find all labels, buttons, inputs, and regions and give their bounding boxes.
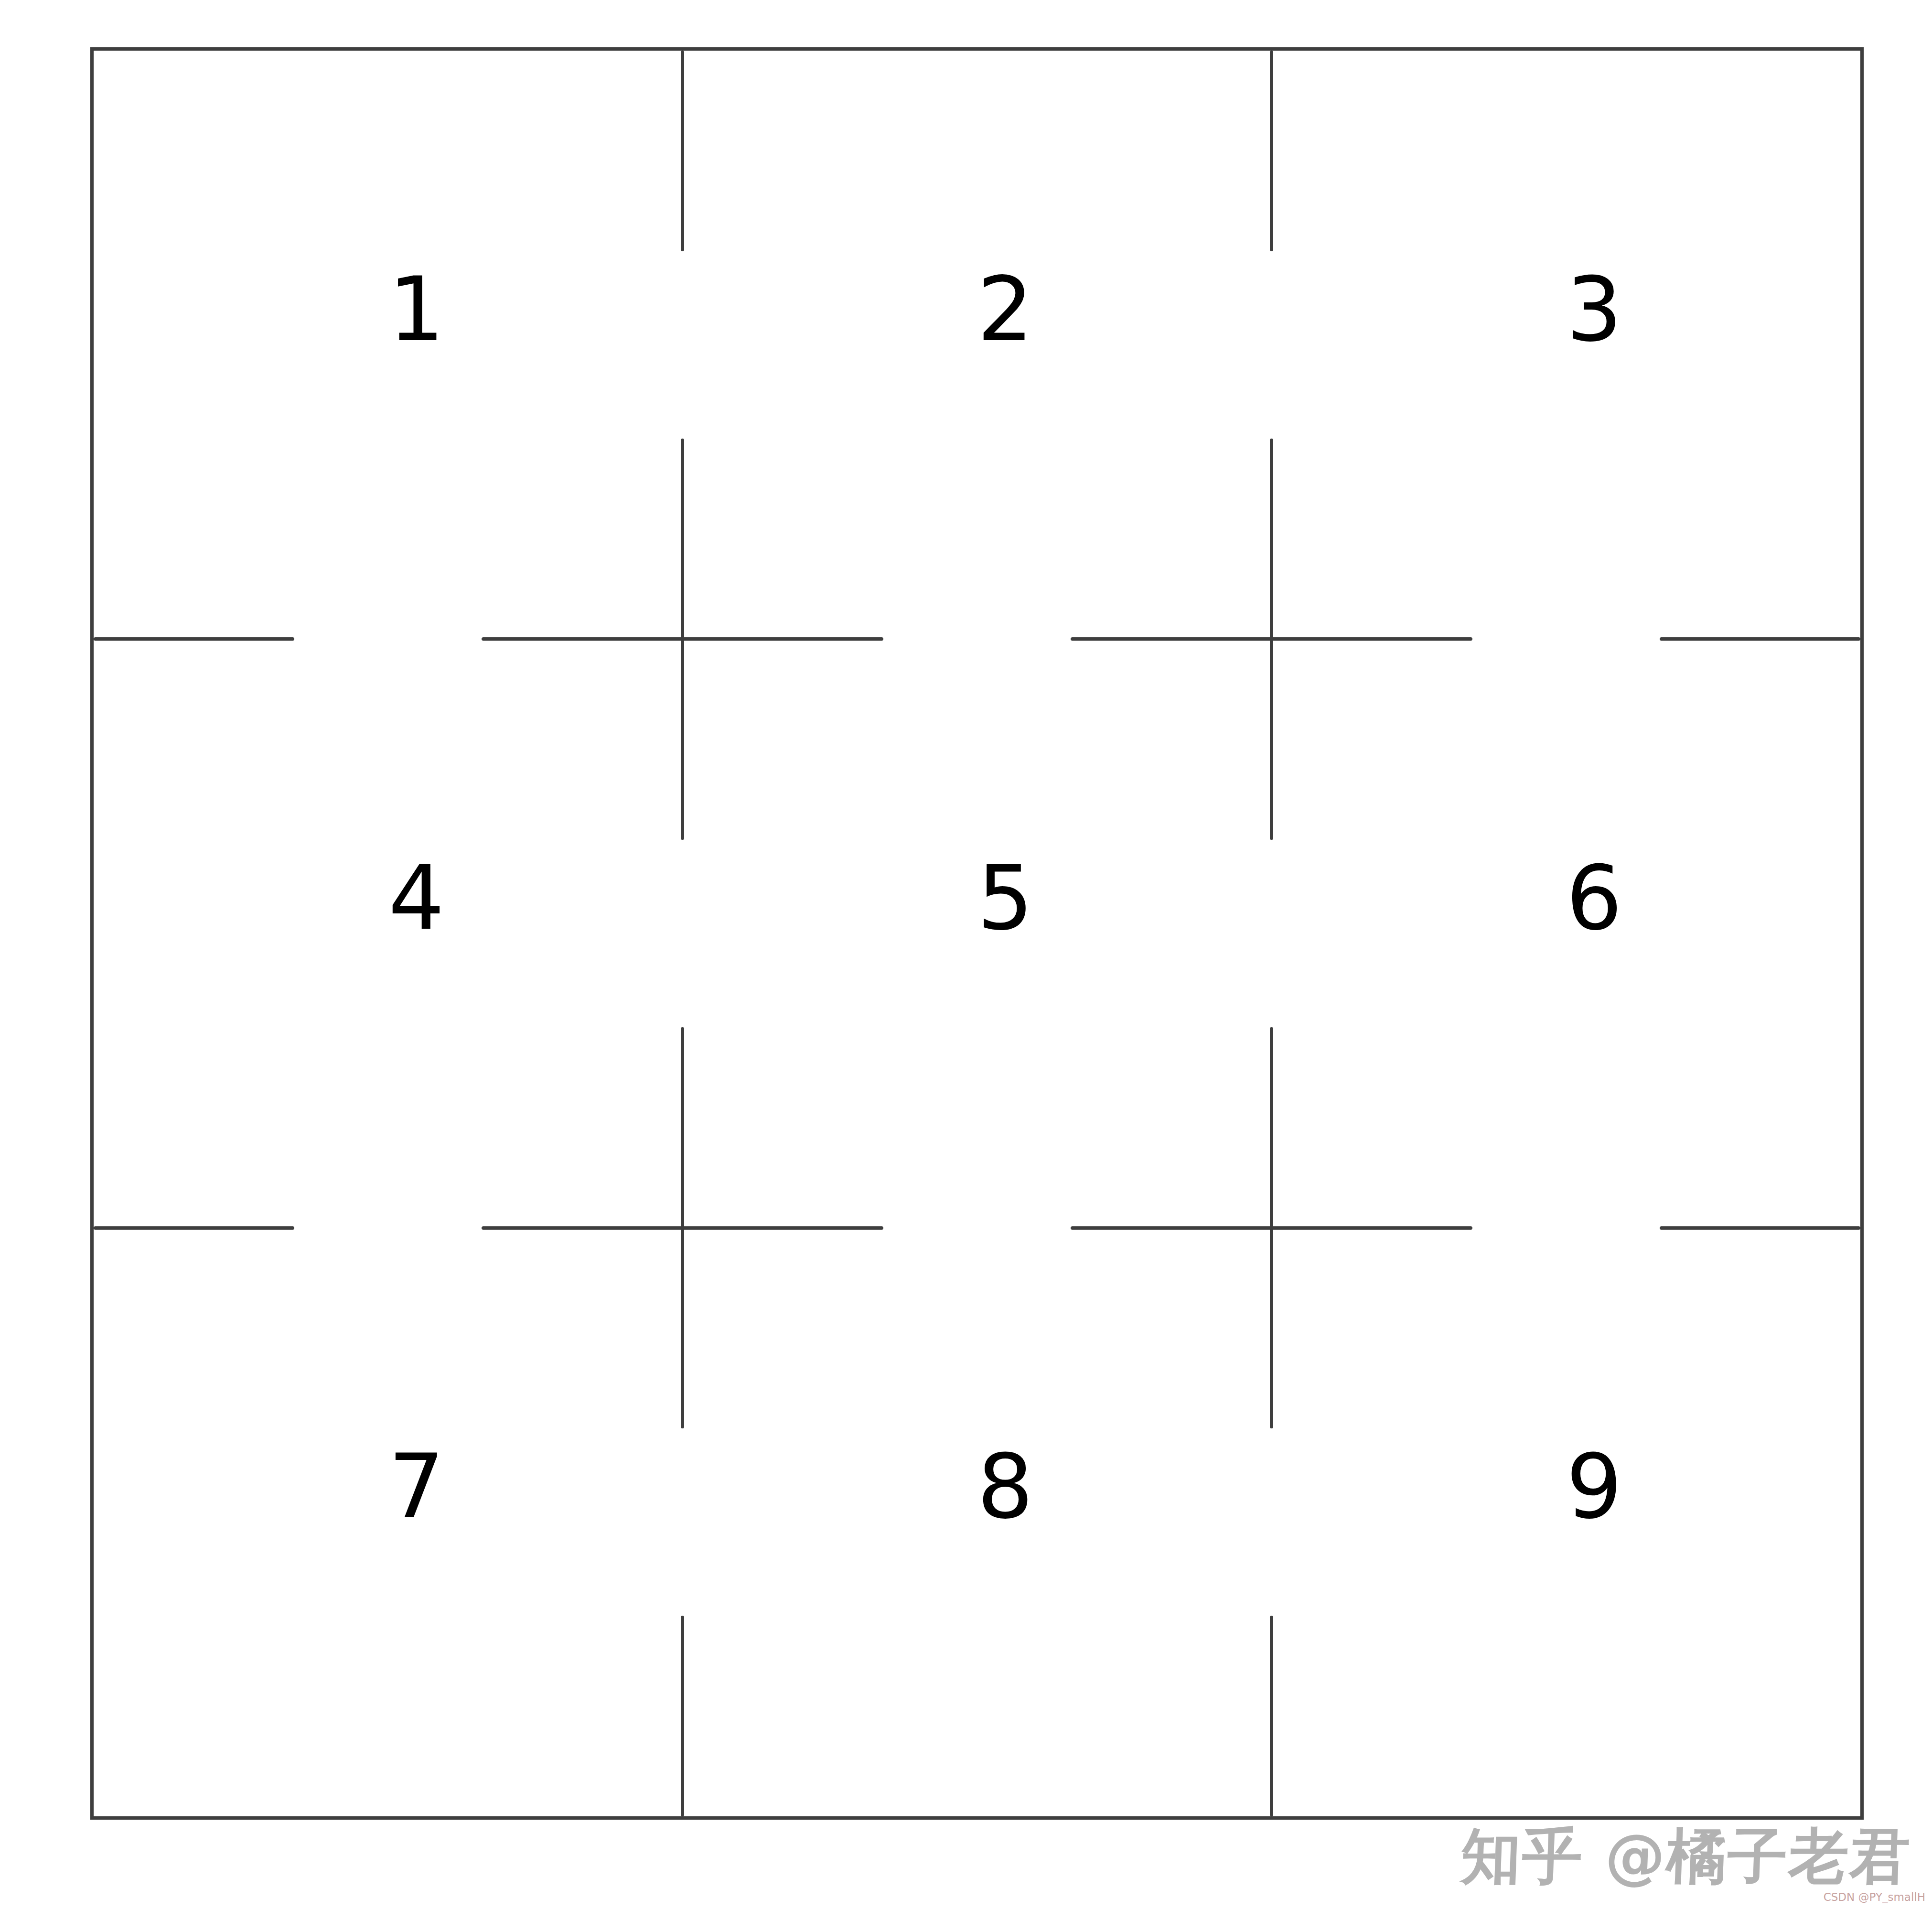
cell-7[interactable]: 7 <box>94 1228 683 1816</box>
diagram-stage: 1 2 3 4 5 6 7 8 9 <box>0 0 1932 1909</box>
cell-7-number: 7 <box>388 1443 445 1531</box>
cell-9-number: 9 <box>1566 1443 1622 1531</box>
cell-8[interactable]: 8 <box>683 1228 1272 1816</box>
cell-8-number: 8 <box>977 1443 1033 1531</box>
cell-2[interactable]: 2 <box>683 51 1272 639</box>
cell-5[interactable]: 5 <box>683 639 1272 1228</box>
cell-3-number: 3 <box>1566 266 1622 354</box>
zhihu-watermark: 知乎 @橘子老君 <box>1460 1826 1912 1887</box>
cell-2-number: 2 <box>977 266 1033 354</box>
cell-grid: 1 2 3 4 5 6 7 8 9 <box>94 51 1860 1816</box>
cell-6[interactable]: 6 <box>1271 639 1860 1228</box>
cell-5-number: 5 <box>977 854 1033 943</box>
board: 1 2 3 4 5 6 7 8 9 <box>90 47 1864 1820</box>
cell-4-number: 4 <box>388 854 445 943</box>
cell-6-number: 6 <box>1566 854 1622 943</box>
cell-4[interactable]: 4 <box>94 639 683 1228</box>
cell-1-number: 1 <box>388 266 445 354</box>
cell-3[interactable]: 3 <box>1271 51 1860 639</box>
csdn-watermark: CSDN @PY_smallH <box>1824 1891 1925 1904</box>
cell-1[interactable]: 1 <box>94 51 683 639</box>
cell-9[interactable]: 9 <box>1271 1228 1860 1816</box>
